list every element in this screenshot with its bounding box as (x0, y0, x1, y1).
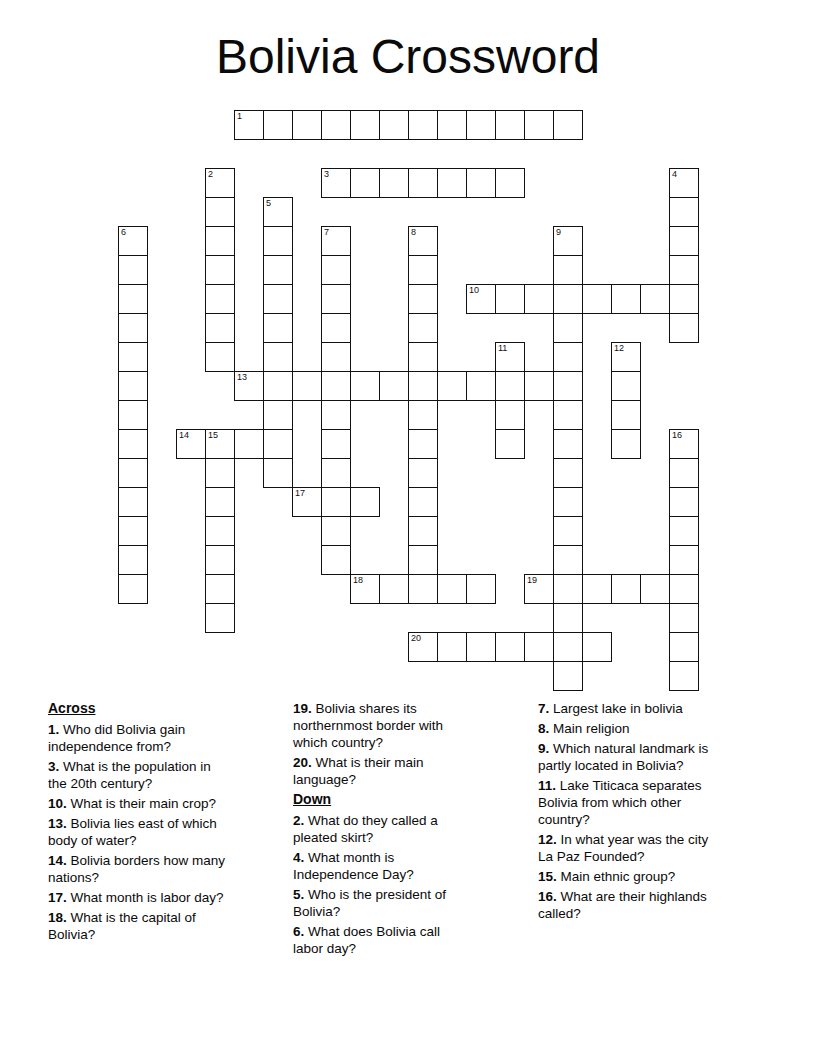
grid-cell[interactable] (553, 284, 583, 314)
grid-cell[interactable] (118, 342, 148, 372)
clue-item: 5. Who is the president of Bolivia? (293, 886, 529, 920)
grid-cell[interactable] (466, 574, 496, 604)
clue-item: 11. Lake Titicaca separates Bolivia from… (538, 777, 774, 828)
clue-text: What do they called a pleated skirt? (293, 813, 438, 845)
grid-cell[interactable] (669, 661, 699, 691)
cell-clue-number: 9 (556, 227, 561, 238)
puzzle-title: Bolivia Crossword (0, 30, 816, 84)
grid-cell[interactable]: 4 (669, 168, 699, 198)
grid-cell[interactable] (495, 168, 525, 198)
grid-cell[interactable]: 12 (611, 342, 641, 372)
clue-item: 18. What is the capital of Bolivia? (48, 909, 284, 943)
cell-clue-number: 4 (672, 169, 677, 180)
grid-cell[interactable] (553, 110, 583, 140)
grid-cell[interactable]: 20 (408, 632, 438, 662)
grid-cell[interactable]: 8 (408, 226, 438, 256)
grid-cell[interactable] (611, 429, 641, 459)
grid-cell[interactable] (640, 284, 670, 314)
clue-text: Lake Titicaca separates Bolivia from whi… (538, 778, 702, 827)
clue-item: 2. What do they called a pleated skirt? (293, 812, 529, 846)
grid-cell[interactable] (379, 574, 409, 604)
clue-number: 20. (293, 755, 312, 770)
grid-cell[interactable] (263, 342, 293, 372)
clue-text: Who is the president of Bolivia? (293, 887, 446, 919)
grid-cell[interactable] (379, 168, 409, 198)
grid-cell[interactable] (205, 545, 235, 575)
clues-down-header: Down (293, 791, 529, 808)
grid-cell[interactable] (524, 284, 554, 314)
grid-cell[interactable] (118, 516, 148, 546)
clue-text: What is the capital of Bolivia? (48, 910, 196, 942)
clue-number: 6. (293, 924, 304, 939)
grid-cell[interactable] (408, 342, 438, 372)
grid-cell[interactable] (205, 284, 235, 314)
grid-cell[interactable] (437, 110, 467, 140)
grid-cell[interactable] (553, 487, 583, 517)
clue-text: What month is Independence Day? (293, 850, 414, 882)
grid-cell[interactable] (553, 255, 583, 285)
clue-item: 16. What are their highlands called? (538, 888, 774, 922)
cell-clue-number: 17 (295, 488, 305, 499)
clue-item: 10. What is their main crop? (48, 795, 284, 812)
clue-number: 5. (293, 887, 304, 902)
grid-cell[interactable] (553, 313, 583, 343)
grid-cell[interactable] (669, 226, 699, 256)
cell-clue-number: 3 (324, 169, 329, 180)
grid-cell[interactable] (437, 371, 467, 401)
grid-cell[interactable] (350, 371, 380, 401)
grid-cell[interactable]: 19 (524, 574, 554, 604)
grid-cell[interactable]: 15 (205, 429, 235, 459)
grid-cell[interactable] (582, 284, 612, 314)
clues-across-header: Across (48, 700, 284, 717)
clue-column-1: Across1. Who did Bolivia gain independen… (48, 700, 284, 960)
grid-cell[interactable] (263, 371, 293, 401)
grid-cell[interactable] (669, 574, 699, 604)
grid-cell[interactable] (350, 168, 380, 198)
grid-cell[interactable] (321, 487, 351, 517)
clue-number: 3. (48, 759, 59, 774)
grid-cell[interactable] (669, 255, 699, 285)
cell-clue-number: 19 (527, 575, 537, 586)
grid-cell[interactable] (669, 632, 699, 662)
grid-cell[interactable] (669, 284, 699, 314)
grid-cell[interactable]: 16 (669, 429, 699, 459)
clue-text: Main ethnic group? (557, 869, 676, 884)
grid-cell[interactable] (466, 371, 496, 401)
grid-cell[interactable] (205, 342, 235, 372)
grid-cell[interactable]: 17 (292, 487, 322, 517)
grid-cell[interactable] (118, 313, 148, 343)
grid-cell[interactable] (669, 458, 699, 488)
grid-cell[interactable] (321, 284, 351, 314)
grid-cell[interactable] (582, 574, 612, 604)
cell-clue-number: 20 (411, 633, 421, 644)
grid-cell[interactable] (553, 632, 583, 662)
grid-cell[interactable] (292, 110, 322, 140)
grid-cell[interactable] (408, 110, 438, 140)
clue-number: 12. (538, 832, 557, 847)
grid-cell[interactable] (118, 255, 148, 285)
grid-cell[interactable] (408, 458, 438, 488)
clue-number: 7. (538, 701, 549, 716)
grid-cell[interactable]: 10 (466, 284, 496, 314)
grid-cell[interactable] (408, 284, 438, 314)
grid-cell[interactable] (118, 284, 148, 314)
clue-text: Bolivia shares its northernmost border w… (293, 701, 443, 750)
cell-clue-number: 18 (353, 575, 363, 586)
grid-cell[interactable] (321, 255, 351, 285)
grid-cell[interactable] (495, 632, 525, 662)
grid-cell[interactable] (118, 400, 148, 430)
clue-text: What month is labor day? (67, 890, 224, 905)
grid-cell[interactable] (553, 400, 583, 430)
grid-cell[interactable] (263, 458, 293, 488)
grid-cell[interactable] (321, 516, 351, 546)
grid-cell[interactable] (118, 371, 148, 401)
grid-cell[interactable] (408, 400, 438, 430)
grid-cell[interactable] (495, 429, 525, 459)
cell-clue-number: 2 (208, 169, 213, 180)
grid-cell[interactable] (524, 371, 554, 401)
grid-cell[interactable] (553, 603, 583, 633)
cell-clue-number: 7 (324, 227, 329, 238)
clue-item: 9. Which natural landmark is partly loca… (538, 740, 774, 774)
clue-text: Who did Bolivia gain independence from? (48, 722, 185, 754)
grid-cell[interactable] (408, 429, 438, 459)
cell-clue-number: 15 (208, 430, 218, 441)
grid-cell[interactable] (321, 545, 351, 575)
clue-item: 13. Bolivia lies east of which body of w… (48, 815, 284, 849)
grid-cell[interactable] (263, 400, 293, 430)
clue-column-3: 7. Largest lake in bolivia8. Main religi… (538, 700, 774, 960)
grid-cell[interactable] (408, 574, 438, 604)
grid-cell[interactable]: 6 (118, 226, 148, 256)
grid-cell[interactable] (118, 545, 148, 575)
clue-number: 16. (538, 889, 557, 904)
grid-cell[interactable] (640, 574, 670, 604)
grid-cell[interactable] (553, 429, 583, 459)
grid-cell[interactable] (263, 110, 293, 140)
grid-cell[interactable] (234, 429, 264, 459)
grid-cell[interactable] (321, 371, 351, 401)
grid-cell[interactable] (321, 458, 351, 488)
grid-cell[interactable] (408, 313, 438, 343)
page: Bolivia Crossword 1310131415171819202456… (0, 0, 816, 1056)
grid-cell[interactable] (466, 110, 496, 140)
clue-list: Across1. Who did Bolivia gain independen… (48, 700, 774, 960)
grid-cell[interactable] (263, 313, 293, 343)
clue-item: 15. Main ethnic group? (538, 868, 774, 885)
grid-cell[interactable] (292, 371, 322, 401)
grid-cell[interactable] (669, 197, 699, 227)
clue-number: 17. (48, 890, 67, 905)
grid-cell[interactable] (321, 110, 351, 140)
clue-number: 19. (293, 701, 312, 716)
grid-cell[interactable] (611, 371, 641, 401)
grid-cell[interactable] (408, 255, 438, 285)
clue-text: Bolivia borders how many nations? (48, 853, 225, 885)
clue-text: In what year was the city La Paz Founded… (538, 832, 708, 864)
clue-text: What does Bolivia call labor day? (293, 924, 440, 956)
grid-cell[interactable]: 5 (263, 197, 293, 227)
grid-cell[interactable] (263, 284, 293, 314)
grid-cell[interactable] (611, 574, 641, 604)
grid-cell[interactable] (118, 429, 148, 459)
grid-cell[interactable] (553, 574, 583, 604)
clue-number: 9. (538, 741, 549, 756)
grid-cell[interactable] (379, 371, 409, 401)
grid-cell[interactable] (321, 400, 351, 430)
grid-cell[interactable] (321, 313, 351, 343)
grid-cell[interactable] (408, 168, 438, 198)
grid-cell[interactable]: 13 (234, 371, 264, 401)
clue-text: Which natural landmark is partly located… (538, 741, 708, 773)
clue-item: 8. Main religion (538, 720, 774, 737)
grid-cell[interactable] (553, 458, 583, 488)
grid-cell[interactable] (582, 632, 612, 662)
grid-cell[interactable] (524, 632, 554, 662)
clue-column-2: 19. Bolivia shares its northernmost bord… (293, 700, 529, 960)
crossword-board: 1310131415171819202456789111216 (118, 110, 700, 692)
grid-cell[interactable] (553, 342, 583, 372)
clue-text: Bolivia lies east of which body of water… (48, 816, 217, 848)
clue-text: What is their main crop? (67, 796, 216, 811)
grid-cell[interactable]: 1 (234, 110, 264, 140)
grid-cell[interactable] (321, 342, 351, 372)
grid-cell[interactable] (466, 632, 496, 662)
grid-cell[interactable] (408, 371, 438, 401)
grid-cell[interactable] (611, 284, 641, 314)
grid-cell[interactable] (205, 313, 235, 343)
cell-clue-number: 8 (411, 227, 416, 238)
cell-clue-number: 5 (266, 198, 271, 209)
grid-cell[interactable]: 11 (495, 342, 525, 372)
grid-cell[interactable] (495, 110, 525, 140)
clue-number: 8. (538, 721, 549, 736)
grid-cell[interactable] (669, 603, 699, 633)
clue-text: What is the population in the 20th centu… (48, 759, 211, 791)
grid-cell[interactable] (466, 168, 496, 198)
clue-text: Main religion (549, 721, 629, 736)
grid-cell[interactable] (611, 400, 641, 430)
cell-clue-number: 16 (672, 430, 682, 441)
clue-item: 3. What is the population in the 20th ce… (48, 758, 284, 792)
grid-cell[interactable] (495, 284, 525, 314)
grid-cell[interactable]: 18 (350, 574, 380, 604)
clue-number: 15. (538, 869, 557, 884)
grid-cell[interactable]: 7 (321, 226, 351, 256)
clue-item: 4. What month is Independence Day? (293, 849, 529, 883)
clue-number: 10. (48, 796, 67, 811)
grid-cell[interactable] (437, 574, 467, 604)
grid-cell[interactable] (118, 458, 148, 488)
cell-clue-number: 14 (179, 430, 189, 441)
clue-number: 2. (293, 813, 304, 828)
clue-item: 17. What month is labor day? (48, 889, 284, 906)
grid-cell[interactable] (205, 255, 235, 285)
grid-cell[interactable] (321, 429, 351, 459)
clue-item: 20. What is their main language? (293, 754, 529, 788)
grid-cell[interactable] (205, 603, 235, 633)
grid-cell[interactable] (437, 632, 467, 662)
grid-cell[interactable] (669, 313, 699, 343)
grid-cell[interactable] (553, 371, 583, 401)
grid-cell[interactable] (205, 516, 235, 546)
grid-cell[interactable] (437, 168, 467, 198)
clue-number: 14. (48, 853, 67, 868)
clue-number: 4. (293, 850, 304, 865)
grid-cell[interactable] (669, 487, 699, 517)
grid-cell[interactable] (205, 226, 235, 256)
grid-cell[interactable] (669, 516, 699, 546)
clue-item: 1. Who did Bolivia gain independence fro… (48, 721, 284, 755)
grid-cell[interactable]: 9 (553, 226, 583, 256)
grid-cell[interactable] (553, 661, 583, 691)
grid-cell[interactable]: 2 (205, 168, 235, 198)
grid-cell[interactable] (350, 110, 380, 140)
grid-cell[interactable] (263, 429, 293, 459)
grid-cell[interactable] (669, 545, 699, 575)
cell-clue-number: 1 (237, 111, 242, 122)
grid-cell[interactable] (205, 574, 235, 604)
grid-cell[interactable]: 14 (176, 429, 206, 459)
clue-number: 18. (48, 910, 67, 925)
clue-number: 11. (538, 778, 556, 793)
clue-number: 13. (48, 816, 67, 831)
clue-item: 14. Bolivia borders how many nations? (48, 852, 284, 886)
cell-clue-number: 10 (469, 285, 479, 296)
grid-cell[interactable] (263, 226, 293, 256)
clue-item: 7. Largest lake in bolivia (538, 700, 774, 717)
grid-cell[interactable] (205, 487, 235, 517)
cell-clue-number: 13 (237, 372, 247, 383)
clue-text: What are their highlands called? (538, 889, 707, 921)
grid-cell[interactable] (263, 255, 293, 285)
grid-cell[interactable] (524, 110, 554, 140)
grid-cell[interactable] (553, 545, 583, 575)
grid-cell[interactable] (118, 574, 148, 604)
cell-clue-number: 12 (614, 343, 624, 354)
grid-cell[interactable] (379, 110, 409, 140)
grid-cell[interactable] (205, 197, 235, 227)
cell-clue-number: 6 (121, 227, 126, 238)
clue-item: 12. In what year was the city La Paz Fou… (538, 831, 774, 865)
grid-cell[interactable] (118, 487, 148, 517)
clue-text: What is their main language? (293, 755, 424, 787)
grid-cell[interactable] (495, 400, 525, 430)
grid-cell[interactable] (408, 516, 438, 546)
grid-cell[interactable] (408, 487, 438, 517)
grid-cell[interactable] (408, 545, 438, 575)
grid-cell[interactable] (205, 458, 235, 488)
clue-number: 1. (48, 722, 59, 737)
cell-clue-number: 11 (498, 343, 507, 354)
clue-item: 6. What does Bolivia call labor day? (293, 923, 529, 957)
clue-item: 19. Bolivia shares its northernmost bord… (293, 700, 529, 751)
clue-text: Largest lake in bolivia (549, 701, 683, 716)
grid-cell[interactable] (350, 487, 380, 517)
grid-cell[interactable] (495, 371, 525, 401)
grid-cell[interactable] (553, 516, 583, 546)
grid-cell[interactable]: 3 (321, 168, 351, 198)
